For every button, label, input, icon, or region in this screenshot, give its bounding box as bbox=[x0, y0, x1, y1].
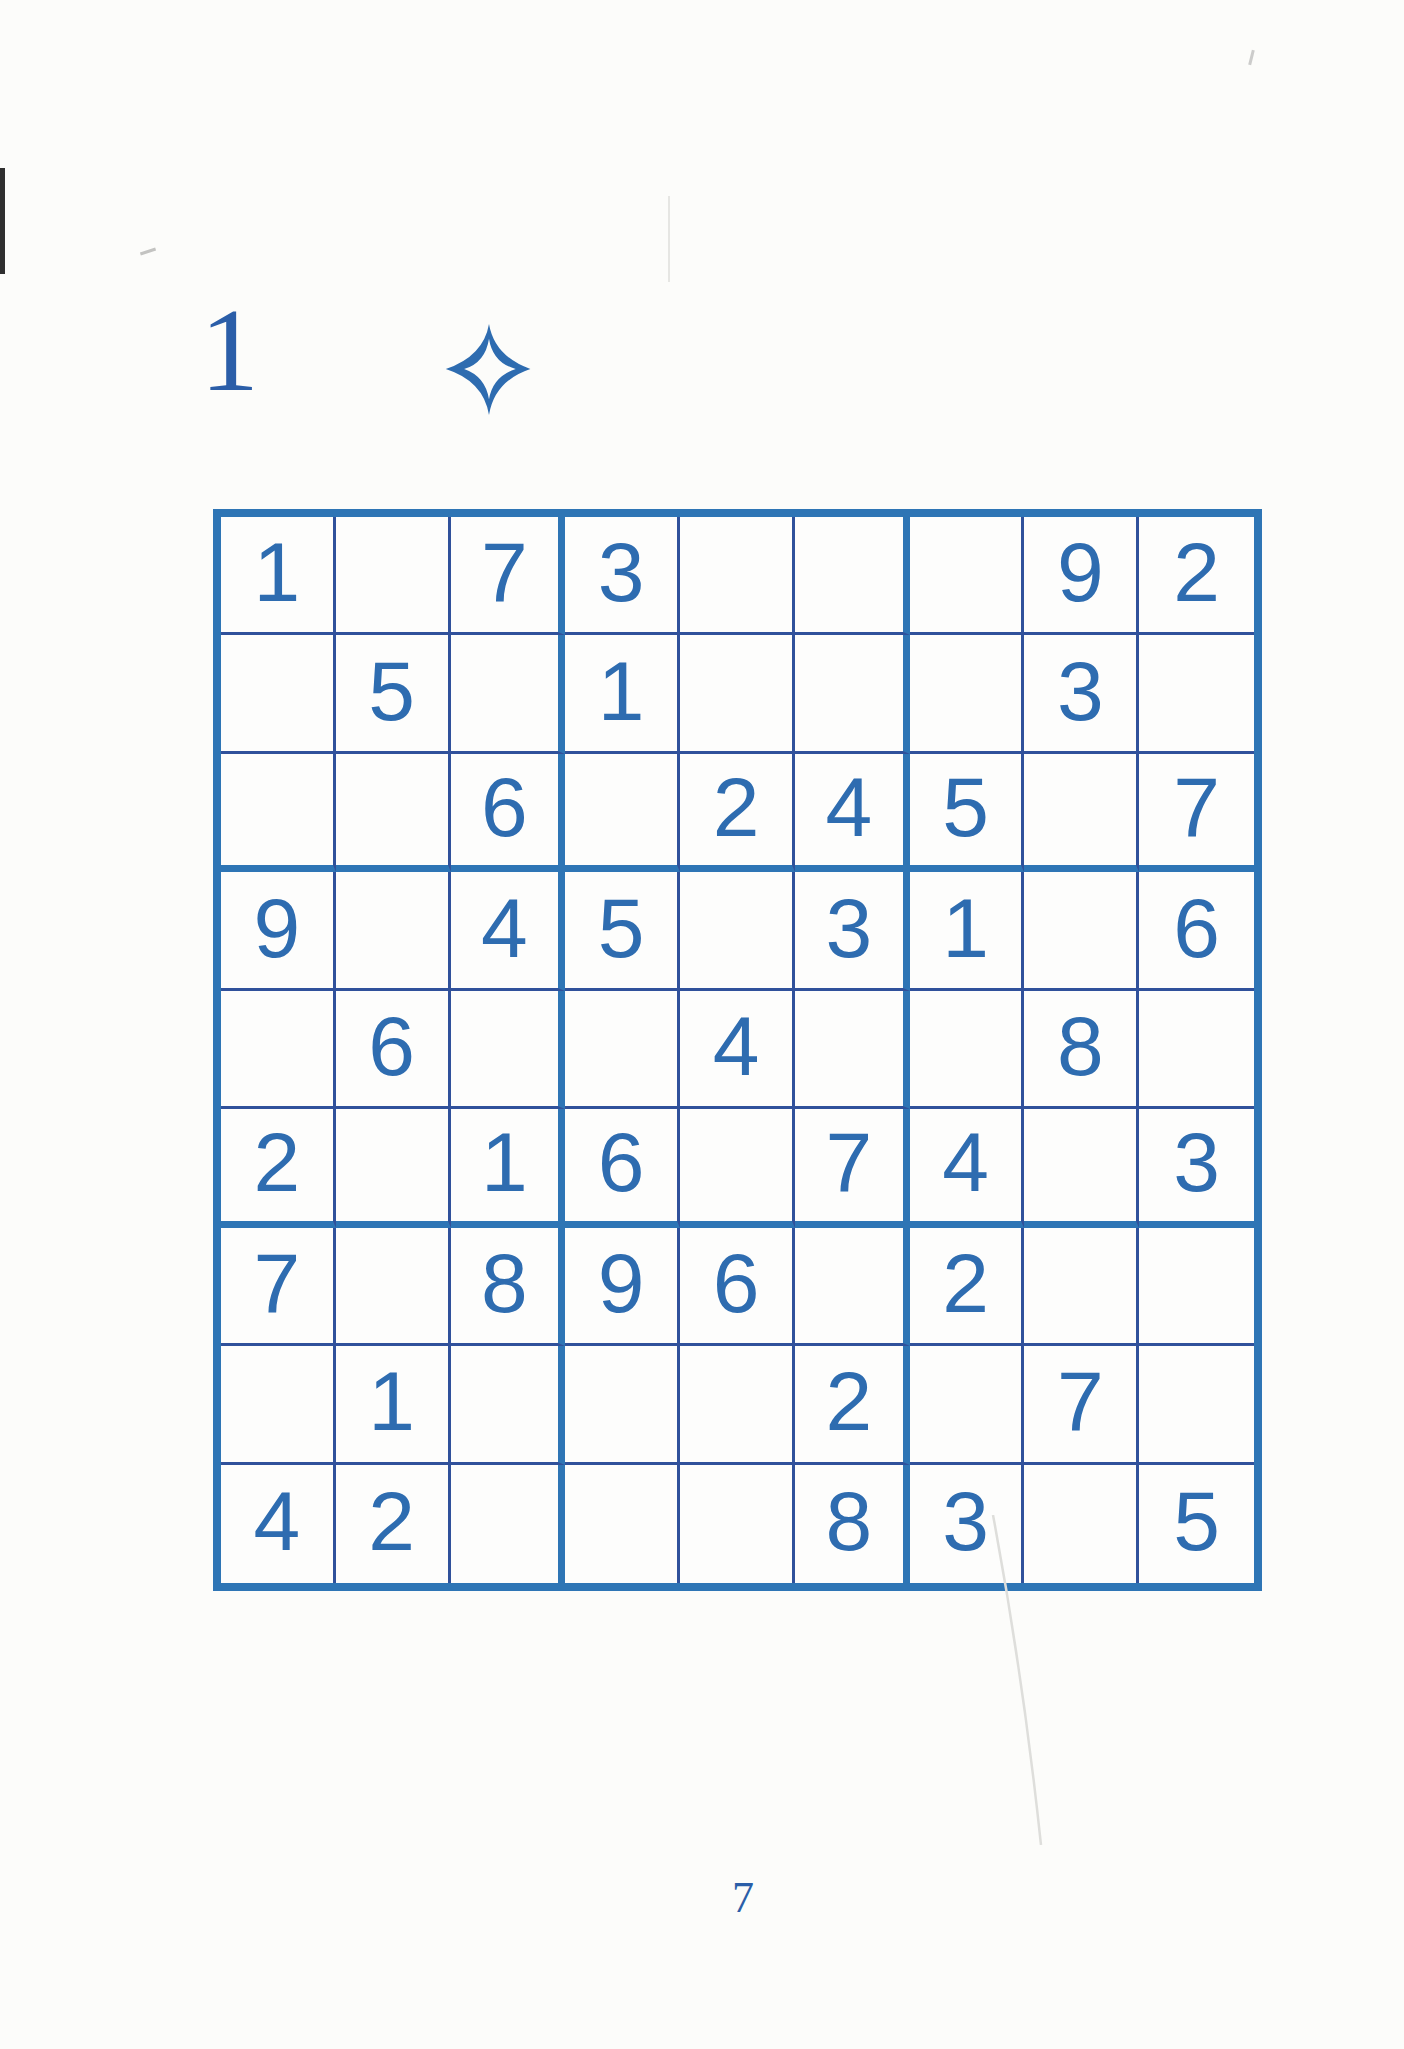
given-digit: 1 bbox=[368, 1353, 415, 1450]
cell-r7c5: 6 bbox=[680, 1228, 795, 1346]
given-digit: 7 bbox=[254, 1235, 301, 1332]
given-digit: 4 bbox=[825, 759, 872, 856]
cell-r8c6: 2 bbox=[795, 1346, 910, 1464]
cell-r6c3: 1 bbox=[451, 1109, 566, 1227]
given-digit: 2 bbox=[1173, 524, 1220, 621]
cell-r4c5 bbox=[680, 872, 795, 990]
cell-r3c2 bbox=[336, 754, 451, 872]
cell-r7c7: 2 bbox=[910, 1228, 1025, 1346]
cell-r8c1 bbox=[221, 1346, 336, 1464]
cell-r3c1 bbox=[221, 754, 336, 872]
cell-r4c7: 1 bbox=[910, 872, 1025, 990]
given-digit: 5 bbox=[598, 880, 645, 977]
cell-r8c4 bbox=[565, 1346, 680, 1464]
cell-r1c9: 2 bbox=[1139, 517, 1254, 635]
cell-r4c2 bbox=[336, 872, 451, 990]
cell-r6c5 bbox=[680, 1109, 795, 1227]
cell-r5c1 bbox=[221, 991, 336, 1109]
cell-r2c1 bbox=[221, 635, 336, 753]
cell-r3c6: 4 bbox=[795, 754, 910, 872]
cell-r3c9: 7 bbox=[1139, 754, 1254, 872]
page-number: 7 bbox=[713, 1872, 773, 1923]
cell-r1c8: 9 bbox=[1024, 517, 1139, 635]
cell-r1c3: 7 bbox=[451, 517, 566, 635]
cell-r9c9: 5 bbox=[1139, 1465, 1254, 1583]
given-digit: 9 bbox=[1057, 524, 1104, 621]
given-digit: 1 bbox=[598, 643, 645, 740]
cell-r8c7 bbox=[910, 1346, 1025, 1464]
cell-r7c1: 7 bbox=[221, 1228, 336, 1346]
cell-r4c1: 9 bbox=[221, 872, 336, 990]
given-digit: 6 bbox=[481, 759, 528, 856]
cell-r7c4: 9 bbox=[565, 1228, 680, 1346]
cell-r5c5: 4 bbox=[680, 991, 795, 1109]
cell-r9c2: 2 bbox=[336, 1465, 451, 1583]
sudoku-board: 1739251362457945316648216743789621274283… bbox=[213, 509, 1262, 1591]
cell-r9c3 bbox=[451, 1465, 566, 1583]
cell-r6c2 bbox=[336, 1109, 451, 1227]
cell-r9c4 bbox=[565, 1465, 680, 1583]
cell-r1c2 bbox=[336, 517, 451, 635]
given-digit: 4 bbox=[713, 998, 760, 1095]
cell-r9c6: 8 bbox=[795, 1465, 910, 1583]
given-digit: 3 bbox=[942, 1473, 989, 1570]
cell-r8c2: 1 bbox=[336, 1346, 451, 1464]
cell-r1c6 bbox=[795, 517, 910, 635]
cell-r3c3: 6 bbox=[451, 754, 566, 872]
scan-artifact-speck bbox=[1248, 50, 1255, 65]
given-digit: 2 bbox=[942, 1235, 989, 1332]
given-digit: 6 bbox=[1173, 880, 1220, 977]
cell-r2c5 bbox=[680, 635, 795, 753]
scan-artifact-speck bbox=[140, 248, 156, 256]
given-digit: 8 bbox=[825, 1473, 872, 1570]
cell-r8c3 bbox=[451, 1346, 566, 1464]
cell-r1c7 bbox=[910, 517, 1025, 635]
cell-r5c4 bbox=[565, 991, 680, 1109]
cell-r4c6: 3 bbox=[795, 872, 910, 990]
cell-r6c6: 7 bbox=[795, 1109, 910, 1227]
given-digit: 7 bbox=[1173, 759, 1220, 856]
cell-r4c9: 6 bbox=[1139, 872, 1254, 990]
given-digit: 3 bbox=[1173, 1114, 1220, 1211]
cell-r1c1: 1 bbox=[221, 517, 336, 635]
given-digit: 7 bbox=[481, 524, 528, 621]
cell-r6c1: 2 bbox=[221, 1109, 336, 1227]
given-digit: 2 bbox=[368, 1473, 415, 1570]
cell-r2c9 bbox=[1139, 635, 1254, 753]
cell-r6c4: 6 bbox=[565, 1109, 680, 1227]
cell-r1c4: 3 bbox=[565, 517, 680, 635]
cell-r7c6 bbox=[795, 1228, 910, 1346]
given-digit: 2 bbox=[825, 1353, 872, 1450]
given-digit: 2 bbox=[254, 1114, 301, 1211]
given-digit: 9 bbox=[254, 880, 301, 977]
given-digit: 8 bbox=[1057, 998, 1104, 1095]
given-digit: 5 bbox=[942, 759, 989, 856]
cell-r6c8 bbox=[1024, 1109, 1139, 1227]
scan-artifact-edge bbox=[0, 168, 5, 274]
given-digit: 7 bbox=[1057, 1353, 1104, 1450]
given-digit: 4 bbox=[942, 1114, 989, 1211]
cell-r2c7 bbox=[910, 635, 1025, 753]
given-digit: 3 bbox=[1057, 643, 1104, 740]
cell-r9c1: 4 bbox=[221, 1465, 336, 1583]
given-digit: 9 bbox=[598, 1235, 645, 1332]
given-digit: 4 bbox=[481, 880, 528, 977]
cell-r2c2: 5 bbox=[336, 635, 451, 753]
cell-r1c5 bbox=[680, 517, 795, 635]
puzzle-number: 1 bbox=[200, 292, 259, 410]
cell-r5c8: 8 bbox=[1024, 991, 1139, 1109]
difficulty-sparkle-icon bbox=[441, 323, 537, 415]
cell-r3c5: 2 bbox=[680, 754, 795, 872]
cell-r7c3: 8 bbox=[451, 1228, 566, 1346]
sparkle-four-pointed-star-icon bbox=[441, 323, 537, 415]
cell-r6c9: 3 bbox=[1139, 1109, 1254, 1227]
scan-artifact-crease bbox=[668, 196, 670, 282]
cell-r9c8 bbox=[1024, 1465, 1139, 1583]
cell-r5c6 bbox=[795, 991, 910, 1109]
given-digit: 1 bbox=[481, 1114, 528, 1211]
given-digit: 3 bbox=[598, 524, 645, 621]
cell-r4c8 bbox=[1024, 872, 1139, 990]
given-digit: 1 bbox=[254, 524, 301, 621]
given-digit: 6 bbox=[713, 1235, 760, 1332]
given-digit: 7 bbox=[825, 1114, 872, 1211]
cell-r4c3: 4 bbox=[451, 872, 566, 990]
given-digit: 5 bbox=[1173, 1473, 1220, 1570]
cell-r7c9 bbox=[1139, 1228, 1254, 1346]
cell-r8c5 bbox=[680, 1346, 795, 1464]
cell-r2c8: 3 bbox=[1024, 635, 1139, 753]
given-digit: 6 bbox=[598, 1114, 645, 1211]
cell-r2c4: 1 bbox=[565, 635, 680, 753]
given-digit: 1 bbox=[942, 880, 989, 977]
cell-r7c2 bbox=[336, 1228, 451, 1346]
scanned-book-page: 1 17392513624579453166482167437896212742… bbox=[0, 0, 1404, 2049]
cell-r9c7: 3 bbox=[910, 1465, 1025, 1583]
cell-r5c9 bbox=[1139, 991, 1254, 1109]
cell-r6c7: 4 bbox=[910, 1109, 1025, 1227]
given-digit: 8 bbox=[481, 1235, 528, 1332]
given-digit: 5 bbox=[368, 643, 415, 740]
cell-r2c3 bbox=[451, 635, 566, 753]
cell-r9c5 bbox=[680, 1465, 795, 1583]
cell-r3c7: 5 bbox=[910, 754, 1025, 872]
given-digit: 6 bbox=[368, 998, 415, 1095]
cell-r3c8 bbox=[1024, 754, 1139, 872]
given-digit: 2 bbox=[713, 759, 760, 856]
cell-r5c3 bbox=[451, 991, 566, 1109]
cell-r8c8: 7 bbox=[1024, 1346, 1139, 1464]
cell-r3c4 bbox=[565, 754, 680, 872]
cell-r2c6 bbox=[795, 635, 910, 753]
cell-r8c9 bbox=[1139, 1346, 1254, 1464]
cell-r4c4: 5 bbox=[565, 872, 680, 990]
cell-r5c2: 6 bbox=[336, 991, 451, 1109]
cell-r5c7 bbox=[910, 991, 1025, 1109]
given-digit: 3 bbox=[825, 880, 872, 977]
given-digit: 4 bbox=[254, 1473, 301, 1570]
cell-r7c8 bbox=[1024, 1228, 1139, 1346]
